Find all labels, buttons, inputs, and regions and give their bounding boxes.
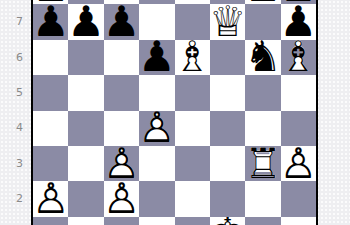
square-f2[interactable] — [210, 181, 245, 216]
square-b1[interactable] — [68, 217, 103, 225]
pawn-icon: ♟ — [281, 4, 316, 39]
piece-white-king-f1[interactable]: ♚♔ — [210, 217, 245, 225]
square-a6[interactable] — [33, 40, 68, 75]
square-c4[interactable] — [104, 111, 139, 146]
square-a5[interactable] — [33, 75, 68, 110]
square-g7[interactable] — [245, 4, 280, 39]
square-g5[interactable] — [245, 75, 280, 110]
rank-labels: 765432 — [0, 0, 23, 225]
piece-white-pawn-c2[interactable]: ♟♙ — [104, 181, 139, 216]
king-glyph-fill: ♚ — [210, 217, 245, 225]
piece-black-pawn-d6[interactable]: ♟ — [139, 40, 174, 75]
chess-board: ♜♜♖♜♟♟♟♛♕♟♟♝♗♞♝♗♟♙♟♙♜♖♟♙♟♙♟♙♚♔ — [31, 0, 318, 225]
square-c5[interactable] — [104, 75, 139, 110]
piece-black-pawn-b7[interactable]: ♟ — [68, 4, 103, 39]
square-b4[interactable] — [68, 111, 103, 146]
pawn-icon: ♟ — [104, 4, 139, 39]
square-e4[interactable] — [175, 111, 210, 146]
square-h2[interactable] — [281, 181, 316, 216]
square-e3[interactable] — [175, 146, 210, 181]
square-b6[interactable] — [68, 40, 103, 75]
square-f5[interactable] — [210, 75, 245, 110]
square-h6[interactable]: ♝♗ — [281, 40, 316, 75]
rook-icon: ♖ — [245, 146, 280, 181]
square-b2[interactable] — [68, 181, 103, 216]
square-a4[interactable] — [33, 111, 68, 146]
square-g1[interactable] — [245, 217, 280, 225]
rank-label-5: 5 — [0, 86, 23, 100]
pawn-icon: ♙ — [33, 181, 68, 216]
square-d5[interactable] — [139, 75, 174, 110]
rank-label-7: 7 — [0, 15, 23, 29]
board-viewport: 765432 ♜♜♖♜♟♟♟♛♕♟♟♝♗♞♝♗♟♙♟♙♜♖♟♙♟♙♟♙♚♔ — [0, 0, 350, 225]
pawn-icon: ♟ — [33, 4, 68, 39]
piece-white-bishop-e6[interactable]: ♝♗ — [175, 40, 210, 75]
piece-white-pawn-d4[interactable]: ♟♙ — [139, 111, 174, 146]
knight-icon: ♞ — [245, 40, 280, 75]
square-h5[interactable] — [281, 75, 316, 110]
square-h4[interactable] — [281, 111, 316, 146]
king-icon: ♔ — [210, 217, 245, 225]
square-f7[interactable]: ♛♕ — [210, 4, 245, 39]
rook-glyph-fill: ♜ — [245, 146, 280, 181]
piece-white-rook-g3[interactable]: ♜♖ — [245, 146, 280, 181]
pawn-icon: ♙ — [104, 146, 139, 181]
pawn-glyph-fill: ♟ — [104, 181, 139, 216]
piece-black-knight-g6[interactable]: ♞ — [245, 40, 280, 75]
bishop-icon: ♗ — [281, 40, 316, 75]
square-f4[interactable] — [210, 111, 245, 146]
square-b3[interactable] — [68, 146, 103, 181]
square-a2[interactable]: ♟♙ — [33, 181, 68, 216]
bishop-icon: ♗ — [175, 40, 210, 75]
square-h1[interactable] — [281, 217, 316, 225]
pawn-icon: ♙ — [139, 111, 174, 146]
rank-label-3: 3 — [0, 157, 23, 171]
square-g4[interactable] — [245, 111, 280, 146]
square-e7[interactable] — [175, 4, 210, 39]
pawn-icon: ♟ — [68, 4, 103, 39]
queen-glyph-fill: ♛ — [210, 4, 245, 39]
square-e2[interactable] — [175, 181, 210, 216]
square-c6[interactable] — [104, 40, 139, 75]
square-c1[interactable] — [104, 217, 139, 225]
square-d1[interactable] — [139, 217, 174, 225]
square-d3[interactable] — [139, 146, 174, 181]
piece-white-bishop-h6[interactable]: ♝♗ — [281, 40, 316, 75]
square-g6[interactable]: ♞ — [245, 40, 280, 75]
piece-white-pawn-c3[interactable]: ♟♙ — [104, 146, 139, 181]
square-a7[interactable]: ♟ — [33, 4, 68, 39]
rank-label-6: 6 — [0, 51, 23, 65]
rank-label-4: 4 — [0, 121, 23, 135]
square-e1[interactable] — [175, 217, 210, 225]
square-g3[interactable]: ♜♖ — [245, 146, 280, 181]
piece-black-pawn-h7[interactable]: ♟ — [281, 4, 316, 39]
pawn-glyph-fill: ♟ — [33, 181, 68, 216]
pawn-icon: ♙ — [104, 181, 139, 216]
piece-black-pawn-a7[interactable]: ♟ — [33, 4, 68, 39]
square-d6[interactable]: ♟ — [139, 40, 174, 75]
pawn-icon: ♟ — [139, 40, 174, 75]
square-d4[interactable]: ♟♙ — [139, 111, 174, 146]
square-c2[interactable]: ♟♙ — [104, 181, 139, 216]
pawn-icon: ♙ — [281, 146, 316, 181]
pawn-glyph-fill: ♟ — [104, 146, 139, 181]
square-f3[interactable] — [210, 146, 245, 181]
square-e6[interactable]: ♝♗ — [175, 40, 210, 75]
square-h7[interactable]: ♟ — [281, 4, 316, 39]
bishop-glyph-fill: ♝ — [281, 40, 316, 75]
rank-label-2: 2 — [0, 192, 23, 206]
pawn-glyph-fill: ♟ — [139, 111, 174, 146]
piece-white-pawn-h3[interactable]: ♟♙ — [281, 146, 316, 181]
square-a3[interactable] — [33, 146, 68, 181]
square-g2[interactable] — [245, 181, 280, 216]
square-h3[interactable]: ♟♙ — [281, 146, 316, 181]
square-b5[interactable] — [68, 75, 103, 110]
square-f1[interactable]: ♚♔ — [210, 217, 245, 225]
piece-black-pawn-c7[interactable]: ♟ — [104, 4, 139, 39]
queen-icon: ♕ — [210, 4, 245, 39]
bishop-glyph-fill: ♝ — [175, 40, 210, 75]
piece-white-pawn-a2[interactable]: ♟♙ — [33, 181, 68, 216]
square-a1[interactable] — [33, 217, 68, 225]
pawn-glyph-fill: ♟ — [281, 146, 316, 181]
square-c3[interactable]: ♟♙ — [104, 146, 139, 181]
square-e5[interactable] — [175, 75, 210, 110]
square-f6[interactable] — [210, 40, 245, 75]
square-c7[interactable]: ♟ — [104, 4, 139, 39]
square-d2[interactable] — [139, 181, 174, 216]
square-d7[interactable] — [139, 4, 174, 39]
piece-white-queen-f7[interactable]: ♛♕ — [210, 4, 245, 39]
square-b7[interactable]: ♟ — [68, 4, 103, 39]
